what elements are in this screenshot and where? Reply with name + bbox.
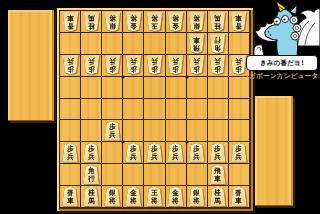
square-r2c9[interactable] <box>229 33 250 55</box>
square-r1c4[interactable]: 金将 <box>123 11 144 33</box>
computer-name-caption: ペガポーンカンピュータ <box>241 72 320 81</box>
square-r9c6[interactable]: 金将 <box>166 186 187 208</box>
square-r8c5[interactable] <box>144 164 165 186</box>
square-r8c6[interactable] <box>166 164 187 186</box>
hoshi-dot <box>122 75 125 78</box>
square-r5c2[interactable] <box>81 99 102 121</box>
shogi-piece-歩兵[interactable]: 歩兵 <box>209 143 226 163</box>
square-r8c2[interactable]: 角行 <box>81 164 102 186</box>
square-r2c2[interactable] <box>81 33 102 55</box>
square-r8c4[interactable] <box>123 164 144 186</box>
shogi-piece-金将[interactable]: 金将 <box>125 187 142 207</box>
square-r7c3[interactable] <box>102 142 123 164</box>
shogi-piece-歩兵[interactable]: 歩兵 <box>104 121 121 141</box>
square-r7c8[interactable]: 歩兵 <box>208 142 229 164</box>
ear <box>290 5 297 14</box>
shogi-piece-歩兵[interactable]: 歩兵 <box>146 143 163 163</box>
square-r6c2[interactable] <box>81 120 102 142</box>
shogi-piece-香車[interactable]: 香車 <box>62 187 79 207</box>
shogi-board: 香車桂馬銀将金将玉将金将銀将桂馬香車飛車角行歩兵歩兵歩兵歩兵歩兵歩兵歩兵歩兵歩兵… <box>57 8 253 211</box>
shogi-piece-歩兵[interactable]: 歩兵 <box>83 55 100 75</box>
square-r7c6[interactable]: 歩兵 <box>166 142 187 164</box>
shogi-piece-飛車[interactable]: 飛車 <box>209 165 226 185</box>
square-r4c1[interactable] <box>60 77 81 99</box>
shogi-piece-歩兵[interactable]: 歩兵 <box>188 143 205 163</box>
shogi-piece-桂馬[interactable]: 桂馬 <box>83 12 100 32</box>
shogi-piece-銀将[interactable]: 銀将 <box>188 12 205 32</box>
square-r1c9[interactable]: 香車 <box>229 11 250 33</box>
hoshi-dot <box>122 141 125 144</box>
speech-bubble-text: きみの番だヨ! <box>260 59 304 68</box>
square-r7c2[interactable]: 歩兵 <box>81 142 102 164</box>
square-r1c1[interactable]: 香車 <box>60 11 81 33</box>
square-r2c4[interactable] <box>123 33 144 55</box>
square-r2c6[interactable] <box>166 33 187 55</box>
shogi-piece-王将[interactable]: 王将 <box>146 187 163 207</box>
shogi-piece-歩兵[interactable]: 歩兵 <box>104 55 121 75</box>
pegasus-mascot <box>252 0 320 57</box>
square-r9c7[interactable]: 銀将 <box>187 186 208 208</box>
shogi-piece-香車[interactable]: 香車 <box>230 12 247 32</box>
square-r1c8[interactable]: 桂馬 <box>208 11 229 33</box>
square-r9c3[interactable]: 銀将 <box>102 186 123 208</box>
shogi-piece-歩兵[interactable]: 歩兵 <box>125 143 142 163</box>
shogi-piece-歩兵[interactable]: 歩兵 <box>209 55 226 75</box>
square-r8c9[interactable] <box>229 164 250 186</box>
square-r6c6[interactable] <box>166 120 187 142</box>
komadai-sente[interactable] <box>255 96 293 206</box>
square-r9c8[interactable]: 桂馬 <box>208 186 229 208</box>
square-r3c2[interactable]: 歩兵 <box>81 55 102 77</box>
shogi-piece-歩兵[interactable]: 歩兵 <box>230 143 247 163</box>
square-r6c1[interactable] <box>60 120 81 142</box>
square-r1c5[interactable]: 玉将 <box>144 11 165 33</box>
shogi-piece-歩兵[interactable]: 歩兵 <box>83 143 100 163</box>
square-r2c1[interactable] <box>60 33 81 55</box>
shogi-piece-銀将[interactable]: 銀将 <box>104 12 121 32</box>
square-r4c5[interactable] <box>144 77 165 99</box>
square-r5c5[interactable] <box>144 99 165 121</box>
square-r3c3[interactable]: 歩兵 <box>102 55 123 77</box>
shogi-piece-桂馬[interactable]: 桂馬 <box>83 187 100 207</box>
square-r7c7[interactable]: 歩兵 <box>187 142 208 164</box>
square-r6c7[interactable] <box>187 120 208 142</box>
shogi-piece-歩兵[interactable]: 歩兵 <box>188 55 205 75</box>
square-r5c4[interactable] <box>123 99 144 121</box>
shogi-piece-桂馬[interactable]: 桂馬 <box>209 12 226 32</box>
shogi-piece-歩兵[interactable]: 歩兵 <box>125 55 142 75</box>
square-r4c8[interactable] <box>208 77 229 99</box>
square-r1c6[interactable]: 金将 <box>166 11 187 33</box>
square-r7c5[interactable]: 歩兵 <box>144 142 165 164</box>
board-grid: 香車桂馬銀将金将玉将金将銀将桂馬香車飛車角行歩兵歩兵歩兵歩兵歩兵歩兵歩兵歩兵歩兵… <box>59 10 251 209</box>
shogi-piece-金将[interactable]: 金将 <box>125 12 142 32</box>
shogi-piece-歩兵[interactable]: 歩兵 <box>62 55 79 75</box>
square-r7c1[interactable]: 歩兵 <box>60 142 81 164</box>
komadai-gote[interactable] <box>8 10 54 121</box>
square-r9c5[interactable]: 王将 <box>144 186 165 208</box>
square-r3c4[interactable]: 歩兵 <box>123 55 144 77</box>
square-r1c2[interactable]: 桂馬 <box>81 11 102 33</box>
square-r2c8[interactable]: 角行 <box>208 33 229 55</box>
square-r9c2[interactable]: 桂馬 <box>81 186 102 208</box>
hoshi-dot <box>185 75 188 78</box>
shogi-piece-香車[interactable]: 香車 <box>62 12 79 32</box>
square-r6c9[interactable] <box>229 120 250 142</box>
shogi-piece-角行[interactable]: 角行 <box>83 165 100 185</box>
square-r9c4[interactable]: 金将 <box>123 186 144 208</box>
square-r7c9[interactable]: 歩兵 <box>229 142 250 164</box>
square-r3c1[interactable]: 歩兵 <box>60 55 81 77</box>
shogi-piece-銀将[interactable]: 銀将 <box>104 187 121 207</box>
shogi-piece-桂馬[interactable]: 桂馬 <box>209 187 226 207</box>
shogi-piece-歩兵[interactable]: 歩兵 <box>167 55 184 75</box>
square-r5c7[interactable] <box>187 99 208 121</box>
square-r3c5[interactable]: 歩兵 <box>144 55 165 77</box>
square-r5c9[interactable] <box>229 99 250 121</box>
square-r8c1[interactable] <box>60 164 81 186</box>
square-r2c3[interactable] <box>102 33 123 55</box>
shogi-piece-玉将[interactable]: 玉将 <box>146 12 163 32</box>
square-r8c3[interactable] <box>102 164 123 186</box>
square-r8c7[interactable] <box>187 164 208 186</box>
square-r4c3[interactable] <box>102 77 123 99</box>
square-r6c4[interactable] <box>123 120 144 142</box>
square-r1c7[interactable]: 銀将 <box>187 11 208 33</box>
shogi-piece-歩兵[interactable]: 歩兵 <box>62 143 79 163</box>
shogi-piece-角行[interactable]: 角行 <box>209 34 226 54</box>
square-r1c3[interactable]: 銀将 <box>102 11 123 33</box>
square-r5c1[interactable] <box>60 99 81 121</box>
square-r4c7[interactable] <box>187 77 208 99</box>
square-r5c6[interactable] <box>166 99 187 121</box>
square-r3c6[interactable]: 歩兵 <box>166 55 187 77</box>
shogi-piece-銀将[interactable]: 銀将 <box>188 187 205 207</box>
square-r5c8[interactable] <box>208 99 229 121</box>
game-window: 香車桂馬銀将金将玉将金将銀将桂馬香車飛車角行歩兵歩兵歩兵歩兵歩兵歩兵歩兵歩兵歩兵… <box>0 0 320 214</box>
shogi-piece-金将[interactable]: 金将 <box>167 187 184 207</box>
square-r6c5[interactable] <box>144 120 165 142</box>
square-r4c4[interactable] <box>123 77 144 99</box>
shogi-piece-金将[interactable]: 金将 <box>167 12 184 32</box>
square-r9c1[interactable]: 香車 <box>60 186 81 208</box>
square-r8c8[interactable]: 飛車 <box>208 164 229 186</box>
shogi-piece-歩兵[interactable]: 歩兵 <box>167 143 184 163</box>
square-r2c7[interactable]: 飛車 <box>187 33 208 55</box>
hoshi-dot <box>185 141 188 144</box>
shogi-piece-飛車[interactable]: 飛車 <box>188 34 205 54</box>
square-r7c4[interactable]: 歩兵 <box>123 142 144 164</box>
square-r9c9[interactable]: 香車 <box>229 186 250 208</box>
square-r6c8[interactable] <box>208 120 229 142</box>
square-r5c3[interactable] <box>102 99 123 121</box>
square-r3c7[interactable]: 歩兵 <box>187 55 208 77</box>
shogi-piece-歩兵[interactable]: 歩兵 <box>146 55 163 75</box>
square-r4c2[interactable] <box>81 77 102 99</box>
square-r3c8[interactable]: 歩兵 <box>208 55 229 77</box>
speech-bubble: きみの番だヨ! <box>246 55 318 71</box>
square-r6c3[interactable]: 歩兵 <box>102 120 123 142</box>
shogi-piece-香車[interactable]: 香車 <box>230 187 247 207</box>
square-r2c5[interactable] <box>144 33 165 55</box>
square-r4c6[interactable] <box>166 77 187 99</box>
